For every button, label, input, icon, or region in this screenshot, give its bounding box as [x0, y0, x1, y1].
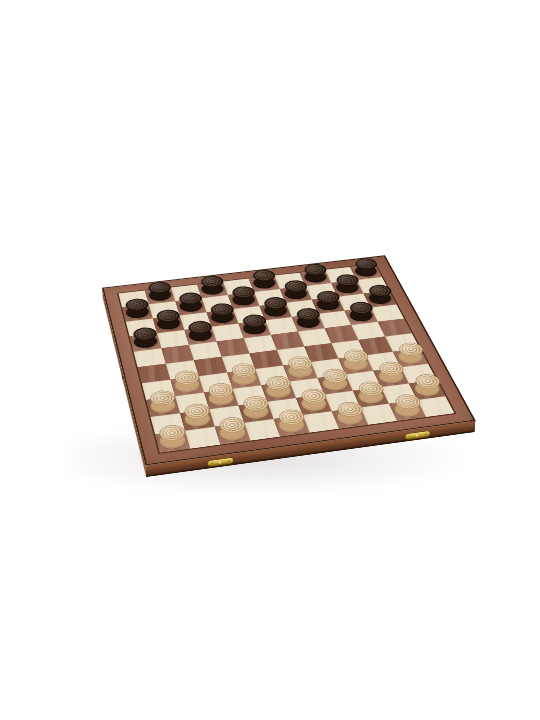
checkers-board	[102, 255, 476, 465]
light-checker-piece[interactable]	[299, 396, 329, 413]
light-checker-piece[interactable]	[356, 389, 386, 406]
photo-background	[0, 0, 540, 720]
dark-checker-piece[interactable]	[283, 287, 310, 301]
dark-checker-piece[interactable]	[302, 271, 328, 285]
brass-hinge	[405, 431, 429, 440]
board-scene	[102, 255, 476, 465]
light-checker-piece[interactable]	[335, 409, 365, 427]
board-grid	[119, 264, 455, 453]
light-checker-piece[interactable]	[321, 376, 350, 393]
dark-checker-piece[interactable]	[295, 315, 322, 330]
dark-checker-piece[interactable]	[315, 298, 342, 312]
brass-hinge	[208, 458, 233, 467]
